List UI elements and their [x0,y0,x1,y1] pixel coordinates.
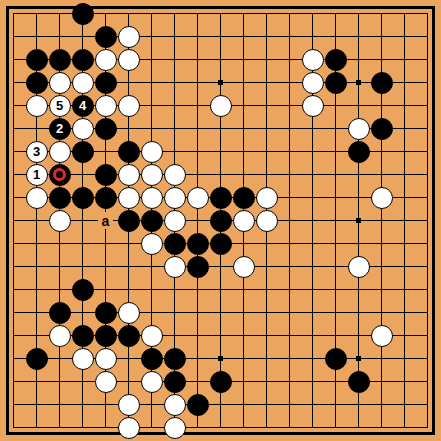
board-point-c5r6 [94,117,117,140]
board-point-c17r9 [370,186,393,209]
board-point-c5r11 [94,232,117,255]
black-stone [371,118,393,140]
board-point-c17r1 [370,2,393,25]
board-point-c8r6 [163,117,186,140]
board-point-c1r6 [2,117,25,140]
board-point-c8r4 [163,71,186,94]
board-point-c9r15 [186,324,209,347]
board-point-c6r1 [117,2,140,25]
white-stone [95,49,117,71]
board-point-c16r8 [347,163,370,186]
white-stone [141,325,163,347]
board-point-c4r13 [71,278,94,301]
board-point-c4r14 [71,301,94,324]
board-point-c12r19 [255,416,278,439]
black-stone [325,348,347,370]
board-point-c18r14 [393,301,416,324]
board-point-c2r4 [25,71,48,94]
board-point-c8r13 [163,278,186,301]
black-stone [118,325,140,347]
board-point-c18r17 [393,370,416,393]
star-point [356,218,361,223]
board-point-c17r14 [370,301,393,324]
white-stone [72,118,94,140]
black-stone [95,72,117,94]
board-point-c7r19 [140,416,163,439]
board-point-c10r16 [209,347,232,370]
board-point-c2r18 [25,393,48,416]
board-point-c15r17 [324,370,347,393]
black-stone [164,348,186,370]
circle-marker-icon [53,168,66,181]
board-point-c3r3 [48,48,71,71]
white-stone: 3 [26,141,48,163]
board-point-c13r2 [278,25,301,48]
board-point-c3r18 [48,393,71,416]
board-point-c13r19 [278,416,301,439]
board-point-c19r18 [416,393,439,416]
board-point-c11r7 [232,140,255,163]
board-point-c12r12 [255,255,278,278]
board-point-c6r2 [117,25,140,48]
board-point-c8r9 [163,186,186,209]
board-point-c10r18 [209,393,232,416]
white-stone [371,325,393,347]
board-point-c13r13 [278,278,301,301]
board-point-c16r13 [347,278,370,301]
white-stone [49,72,71,94]
board-point-c9r7 [186,140,209,163]
board-point-c13r5 [278,94,301,117]
board-point-c17r16 [370,347,393,370]
board-point-c2r7: 3 [25,140,48,163]
board-point-c19r14 [416,301,439,324]
black-stone [95,325,117,347]
board-point-c3r5: 5 [48,94,71,117]
white-stone [256,210,278,232]
black-stone [348,371,370,393]
board-point-c18r3 [393,48,416,71]
board-point-c11r3 [232,48,255,71]
white-stone [164,394,186,416]
board-point-c18r11 [393,232,416,255]
board-point-c10r5 [209,94,232,117]
board-point-c7r9 [140,186,163,209]
board-point-c7r7 [140,140,163,163]
board-point-c3r2 [48,25,71,48]
board-point-c11r8 [232,163,255,186]
board-point-c12r17 [255,370,278,393]
white-stone [187,187,209,209]
board-point-c17r2 [370,25,393,48]
board-point-c16r3 [347,48,370,71]
board-point-c12r11 [255,232,278,255]
board-point-c16r10 [347,209,370,232]
board-point-c18r10 [393,209,416,232]
board-point-c11r9 [232,186,255,209]
board-point-c7r18 [140,393,163,416]
board-point-c17r3 [370,48,393,71]
board-point-c9r13 [186,278,209,301]
board-point-c8r11 [163,232,186,255]
board-point-c13r15 [278,324,301,347]
board-point-c18r9 [393,186,416,209]
white-stone [72,72,94,94]
black-stone [95,26,117,48]
board-point-c13r17 [278,370,301,393]
board-point-c4r15 [71,324,94,347]
board-point-c19r4 [416,71,439,94]
board-point-c4r18 [71,393,94,416]
white-stone [118,49,140,71]
black-stone [95,302,117,324]
board-point-c10r2 [209,25,232,48]
board-point-c3r1 [48,2,71,25]
black-stone [49,164,71,186]
board-point-c5r3 [94,48,117,71]
board-point-c1r19 [2,416,25,439]
board-point-c10r10 [209,209,232,232]
board-point-c15r3 [324,48,347,71]
go-board-diagram: 54231a [0,0,441,441]
board-point-c15r4 [324,71,347,94]
board-point-c15r5 [324,94,347,117]
board-point-c7r13 [140,278,163,301]
black-stone [141,348,163,370]
board-point-c17r13 [370,278,393,301]
board-point-c5r18 [94,393,117,416]
board-point-c12r8 [255,163,278,186]
board-point-c13r11 [278,232,301,255]
board-point-c11r13 [232,278,255,301]
board-point-c11r17 [232,370,255,393]
board-point-c2r8: 1 [25,163,48,186]
board-point-c17r10 [370,209,393,232]
board-point-c12r3 [255,48,278,71]
board-point-c4r12 [71,255,94,278]
board-point-c19r13 [416,278,439,301]
black-stone [210,187,232,209]
board-point-c6r13 [117,278,140,301]
white-stone [302,95,324,117]
board-point-c19r10 [416,209,439,232]
board-point-c15r14 [324,301,347,324]
board-point-c1r17 [2,370,25,393]
board-point-c16r15 [347,324,370,347]
white-stone [118,95,140,117]
board-point-c11r5 [232,94,255,117]
black-stone [233,187,255,209]
board-point-c15r18 [324,393,347,416]
board-point-c12r10 [255,209,278,232]
board-point-c5r5 [94,94,117,117]
board-point-c14r13 [301,278,324,301]
board-point-c6r12 [117,255,140,278]
board-point-c9r12 [186,255,209,278]
board-point-c7r16 [140,347,163,370]
board-point-c10r11 [209,232,232,255]
board-point-c15r9 [324,186,347,209]
black-stone [26,348,48,370]
move-number-2: 2 [56,122,63,135]
board-point-c18r18 [393,393,416,416]
board-point-c19r2 [416,25,439,48]
board-point-c14r11 [301,232,324,255]
board-point-c4r5: 4 [71,94,94,117]
board-point-c5r12 [94,255,117,278]
black-stone [49,49,71,71]
board-point-c5r8 [94,163,117,186]
board-point-c5r19 [94,416,117,439]
black-stone [72,141,94,163]
board-point-c1r8 [2,163,25,186]
white-stone [141,164,163,186]
white-stone [118,302,140,324]
black-stone [118,141,140,163]
white-stone [118,187,140,209]
board-point-c15r16 [324,347,347,370]
board-point-c1r2 [2,25,25,48]
board-point-c4r4 [71,71,94,94]
black-stone [164,371,186,393]
board-point-c15r2 [324,25,347,48]
board-point-c9r6 [186,117,209,140]
board-point-c17r7 [370,140,393,163]
board-point-c18r2 [393,25,416,48]
black-stone: 4 [72,95,94,117]
white-stone [141,371,163,393]
board-point-c9r17 [186,370,209,393]
board-point-c3r9 [48,186,71,209]
board-point-c7r3 [140,48,163,71]
board-point-c16r14 [347,301,370,324]
board-point-c18r16 [393,347,416,370]
board-point-c17r19 [370,416,393,439]
board-point-c7r12 [140,255,163,278]
board-point-c5r1 [94,2,117,25]
board-point-c3r19 [48,416,71,439]
board-point-c9r11 [186,232,209,255]
board-point-c16r7 [347,140,370,163]
board-point-c9r8 [186,163,209,186]
board-point-c1r9 [2,186,25,209]
board-point-c4r10 [71,209,94,232]
board-point-c16r9 [347,186,370,209]
board-point-c12r13 [255,278,278,301]
star-point [356,356,361,361]
board-point-c13r18 [278,393,301,416]
black-stone [95,118,117,140]
board-point-c3r7 [48,140,71,163]
board-point-c2r14 [25,301,48,324]
board-point-c6r19 [117,416,140,439]
white-stone [233,256,255,278]
board-point-c19r19 [416,416,439,439]
board-point-c10r15 [209,324,232,347]
board-point-c2r10 [25,209,48,232]
black-stone [118,210,140,232]
board-point-c10r13 [209,278,232,301]
board-point-c13r9 [278,186,301,209]
board-point-c12r7 [255,140,278,163]
board-point-c19r12 [416,255,439,278]
board-point-c3r12 [48,255,71,278]
white-stone [49,325,71,347]
board-point-c11r15 [232,324,255,347]
board-point-c10r17 [209,370,232,393]
board-point-c14r12 [301,255,324,278]
white-stone [95,371,117,393]
board-point-c16r19 [347,416,370,439]
black-stone [95,164,117,186]
board-point-c1r18 [2,393,25,416]
board-point-c5r15 [94,324,117,347]
board-point-c4r6 [71,117,94,140]
white-stone [118,164,140,186]
board-point-c6r8 [117,163,140,186]
move-number-4: 4 [79,99,86,112]
board-point-c15r6 [324,117,347,140]
black-stone [72,3,94,25]
board-point-c2r1 [25,2,48,25]
board-point-c8r7 [163,140,186,163]
board-point-c15r1 [324,2,347,25]
board-point-c18r15 [393,324,416,347]
board-point-c13r1 [278,2,301,25]
board-point-c14r16 [301,347,324,370]
board-point-c6r18 [117,393,140,416]
board-point-c19r7 [416,140,439,163]
board-point-c8r12 [163,255,186,278]
board-point-c16r1 [347,2,370,25]
board-point-c14r7 [301,140,324,163]
board-point-c6r5 [117,94,140,117]
board-point-c11r4 [232,71,255,94]
white-stone [233,210,255,232]
board-point-c14r6 [301,117,324,140]
board-point-c3r16 [48,347,71,370]
board-point-c8r17 [163,370,186,393]
board-point-c3r15 [48,324,71,347]
board-point-c13r10 [278,209,301,232]
board-point-c10r9 [209,186,232,209]
board-point-c16r17 [347,370,370,393]
board-point-c15r11 [324,232,347,255]
white-stone [164,210,186,232]
white-stone [302,72,324,94]
board-point-c14r9 [301,186,324,209]
black-stone [72,279,94,301]
board-point-c5r9 [94,186,117,209]
board-point-c2r3 [25,48,48,71]
board-point-c12r6 [255,117,278,140]
board-point-c4r8 [71,163,94,186]
move-number-1: 1 [33,168,40,181]
board-point-c18r8 [393,163,416,186]
white-stone [348,256,370,278]
star-point [218,80,223,85]
board-point-c11r19 [232,416,255,439]
board-point-c9r10 [186,209,209,232]
board-point-c1r5 [2,94,25,117]
black-stone [348,141,370,163]
board-point-c6r4 [117,71,140,94]
board-point-c11r11 [232,232,255,255]
black-stone [95,187,117,209]
board-point-c9r4 [186,71,209,94]
board-point-c4r17 [71,370,94,393]
white-stone [49,141,71,163]
board-point-c18r7 [393,140,416,163]
board-point-c16r11 [347,232,370,255]
white-stone: 5 [49,95,71,117]
board-point-c14r8 [301,163,324,186]
star-point [356,80,361,85]
board-point-c9r19 [186,416,209,439]
board-point-c14r4 [301,71,324,94]
black-stone [72,325,94,347]
board-point-c7r1 [140,2,163,25]
board-point-c15r19 [324,416,347,439]
board-point-c19r8 [416,163,439,186]
board-point-c1r7 [2,140,25,163]
white-stone [49,210,71,232]
white-stone [164,187,186,209]
black-stone [72,187,94,209]
board-point-c19r3 [416,48,439,71]
white-stone [348,118,370,140]
board-point-c13r7 [278,140,301,163]
board-point-c10r1 [209,2,232,25]
board-point-c19r11 [416,232,439,255]
board-point-c12r14 [255,301,278,324]
board-point-c11r10 [232,209,255,232]
point-label-a: a [98,212,113,229]
board-point-c15r13 [324,278,347,301]
board-point-c3r8 [48,163,71,186]
board-point-c18r5 [393,94,416,117]
board-point-c8r10 [163,209,186,232]
board-point-c2r6 [25,117,48,140]
board-point-c2r16 [25,347,48,370]
board-point-c7r6 [140,117,163,140]
board-point-c8r3 [163,48,186,71]
board-point-c15r8 [324,163,347,186]
board-point-c19r5 [416,94,439,117]
board-point-c16r5 [347,94,370,117]
board-point-c18r1 [393,2,416,25]
board-point-c10r6 [209,117,232,140]
board-point-c11r6 [232,117,255,140]
board-point-c6r7 [117,140,140,163]
black-stone [164,233,186,255]
board-point-c14r18 [301,393,324,416]
board-point-c11r12 [232,255,255,278]
board-point-c2r5 [25,94,48,117]
black-stone [187,233,209,255]
board-point-c5r14 [94,301,117,324]
board-point-c17r15 [370,324,393,347]
board-point-c13r8 [278,163,301,186]
board-point-c12r5 [255,94,278,117]
white-stone [302,49,324,71]
board-point-c19r6 [416,117,439,140]
board-point-c9r14 [186,301,209,324]
board-point-c12r15 [255,324,278,347]
board-point-c17r6 [370,117,393,140]
board-point-c7r11 [140,232,163,255]
white-stone [164,256,186,278]
